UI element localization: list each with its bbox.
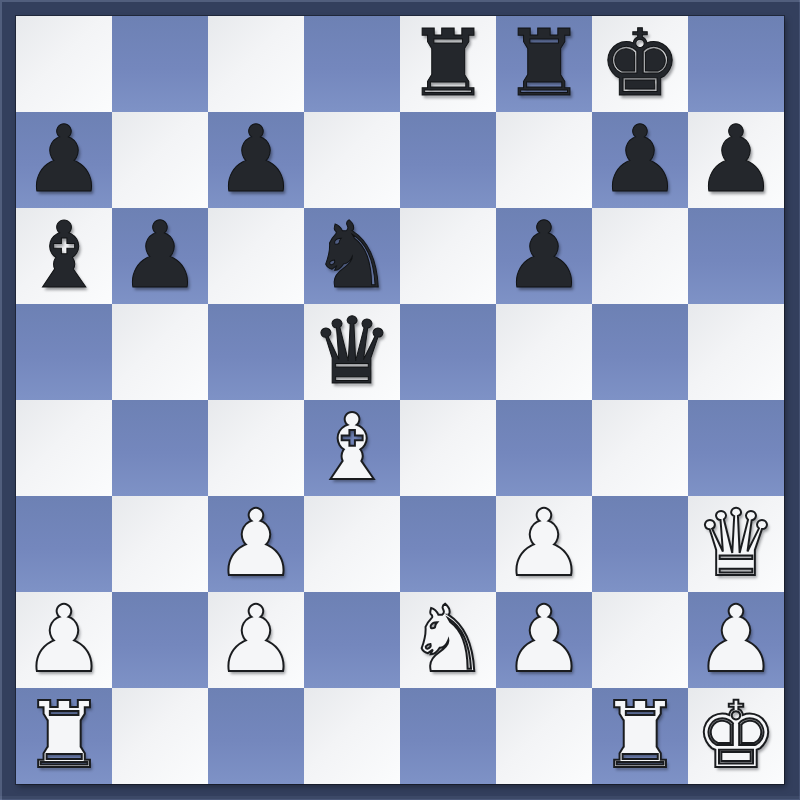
square-e6[interactable]	[400, 208, 496, 304]
square-h2[interactable]: ♟	[688, 592, 784, 688]
square-d1[interactable]	[304, 688, 400, 784]
square-h8[interactable]	[688, 16, 784, 112]
square-g7[interactable]: ♟	[592, 112, 688, 208]
piece-black-bishop[interactable]: ♝	[23, 208, 105, 304]
piece-white-rook[interactable]: ♜	[599, 688, 681, 784]
square-f8[interactable]: ♜	[496, 16, 592, 112]
square-a4[interactable]	[16, 400, 112, 496]
square-h3[interactable]: ♛	[688, 496, 784, 592]
square-e5[interactable]	[400, 304, 496, 400]
square-a6[interactable]: ♝	[16, 208, 112, 304]
piece-white-pawn[interactable]: ♟	[503, 496, 585, 592]
square-f2[interactable]: ♟	[496, 592, 592, 688]
square-e1[interactable]	[400, 688, 496, 784]
square-a3[interactable]	[16, 496, 112, 592]
piece-white-pawn[interactable]: ♟	[695, 592, 777, 688]
square-g2[interactable]	[592, 592, 688, 688]
square-e2[interactable]: ♞	[400, 592, 496, 688]
square-b8[interactable]	[112, 16, 208, 112]
piece-black-pawn[interactable]: ♟	[599, 112, 681, 208]
piece-white-pawn[interactable]: ♟	[23, 592, 105, 688]
square-e7[interactable]	[400, 112, 496, 208]
square-d4[interactable]: ♝	[304, 400, 400, 496]
piece-black-rook[interactable]: ♜	[503, 16, 585, 112]
piece-white-pawn[interactable]: ♟	[215, 592, 297, 688]
square-d2[interactable]	[304, 592, 400, 688]
piece-white-queen[interactable]: ♛	[695, 496, 777, 592]
square-g3[interactable]	[592, 496, 688, 592]
piece-white-king[interactable]: ♚	[695, 688, 777, 784]
piece-black-rook[interactable]: ♜	[407, 16, 489, 112]
square-a5[interactable]	[16, 304, 112, 400]
square-h1[interactable]: ♚	[688, 688, 784, 784]
square-g6[interactable]	[592, 208, 688, 304]
square-h6[interactable]	[688, 208, 784, 304]
square-a1[interactable]: ♜	[16, 688, 112, 784]
square-c1[interactable]	[208, 688, 304, 784]
square-e3[interactable]	[400, 496, 496, 592]
square-f6[interactable]: ♟	[496, 208, 592, 304]
square-c3[interactable]: ♟	[208, 496, 304, 592]
piece-black-pawn[interactable]: ♟	[215, 112, 297, 208]
square-h7[interactable]: ♟	[688, 112, 784, 208]
square-g1[interactable]: ♜	[592, 688, 688, 784]
square-d3[interactable]	[304, 496, 400, 592]
board-frame: ♜♜♚♟♟♟♟♝♟♞♟♛♝♟♟♛♟♟♞♟♟♜♜♚	[0, 0, 800, 800]
square-e4[interactable]	[400, 400, 496, 496]
square-c8[interactable]	[208, 16, 304, 112]
square-d6[interactable]: ♞	[304, 208, 400, 304]
square-a7[interactable]: ♟	[16, 112, 112, 208]
square-b2[interactable]	[112, 592, 208, 688]
square-b5[interactable]	[112, 304, 208, 400]
square-h5[interactable]	[688, 304, 784, 400]
square-f7[interactable]	[496, 112, 592, 208]
square-b1[interactable]	[112, 688, 208, 784]
square-d7[interactable]	[304, 112, 400, 208]
piece-black-pawn[interactable]: ♟	[119, 208, 201, 304]
piece-white-pawn[interactable]: ♟	[215, 496, 297, 592]
square-c6[interactable]	[208, 208, 304, 304]
square-c5[interactable]	[208, 304, 304, 400]
square-g4[interactable]	[592, 400, 688, 496]
square-a8[interactable]	[16, 16, 112, 112]
square-c4[interactable]	[208, 400, 304, 496]
chess-board: ♜♜♚♟♟♟♟♝♟♞♟♛♝♟♟♛♟♟♞♟♟♜♜♚	[16, 16, 784, 784]
square-d8[interactable]	[304, 16, 400, 112]
piece-black-queen[interactable]: ♛	[311, 304, 393, 400]
piece-black-pawn[interactable]: ♟	[23, 112, 105, 208]
square-a2[interactable]: ♟	[16, 592, 112, 688]
square-g5[interactable]	[592, 304, 688, 400]
square-b6[interactable]: ♟	[112, 208, 208, 304]
piece-white-knight[interactable]: ♞	[407, 592, 489, 688]
square-f3[interactable]: ♟	[496, 496, 592, 592]
square-b4[interactable]	[112, 400, 208, 496]
square-f5[interactable]	[496, 304, 592, 400]
piece-black-pawn[interactable]: ♟	[695, 112, 777, 208]
square-h4[interactable]	[688, 400, 784, 496]
piece-black-pawn[interactable]: ♟	[503, 208, 585, 304]
square-c2[interactable]: ♟	[208, 592, 304, 688]
piece-white-bishop[interactable]: ♝	[311, 400, 393, 496]
square-b7[interactable]	[112, 112, 208, 208]
square-f1[interactable]	[496, 688, 592, 784]
square-g8[interactable]: ♚	[592, 16, 688, 112]
square-b3[interactable]	[112, 496, 208, 592]
piece-black-king[interactable]: ♚	[599, 16, 681, 112]
square-d5[interactable]: ♛	[304, 304, 400, 400]
piece-white-pawn[interactable]: ♟	[503, 592, 585, 688]
piece-white-rook[interactable]: ♜	[23, 688, 105, 784]
piece-black-knight[interactable]: ♞	[311, 208, 393, 304]
square-f4[interactable]	[496, 400, 592, 496]
square-c7[interactable]: ♟	[208, 112, 304, 208]
square-e8[interactable]: ♜	[400, 16, 496, 112]
